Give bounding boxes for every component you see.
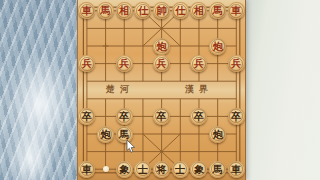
piece-black-車[interactable]: 車 [228,161,245,178]
piece-black-将[interactable]: 将 [153,161,170,178]
app-window: 楚河 漢界 車馬相仕帥仕相馬車炮炮兵兵兵兵兵卒卒卒卒卒炮馬炮車象士将士象馬車 [0,0,320,180]
xiangqi-board[interactable]: 楚河 漢界 車馬相仕帥仕相馬車炮炮兵兵兵兵兵卒卒卒卒卒炮馬炮車象士将士象馬車 [77,0,246,180]
background-mountain-photo [0,0,77,180]
piece-black-車[interactable]: 車 [78,161,95,178]
river-label-right: 漢界 [176,83,222,96]
piece-black-馬[interactable]: 馬 [116,126,133,143]
piece-black-士[interactable]: 士 [172,161,189,178]
piece-black-卒[interactable]: 卒 [228,108,245,125]
piece-red-兵[interactable]: 兵 [228,55,245,72]
last-move-origin-dot [103,166,109,172]
piece-black-炮[interactable]: 炮 [97,126,114,143]
piece-red-仕[interactable]: 仕 [172,2,189,19]
piece-black-卒[interactable]: 卒 [153,108,170,125]
piece-red-炮[interactable]: 炮 [209,38,226,55]
piece-red-炮[interactable]: 炮 [153,38,170,55]
piece-red-車[interactable]: 車 [228,2,245,19]
piece-black-馬[interactable]: 馬 [209,161,226,178]
piece-black-卒[interactable]: 卒 [116,108,133,125]
piece-red-相[interactable]: 相 [116,2,133,19]
piece-black-象[interactable]: 象 [116,161,133,178]
piece-red-兵[interactable]: 兵 [116,55,133,72]
piece-black-炮[interactable]: 炮 [209,126,226,143]
background-right-panel [246,0,320,180]
river-label-left: 楚河 [97,83,143,96]
